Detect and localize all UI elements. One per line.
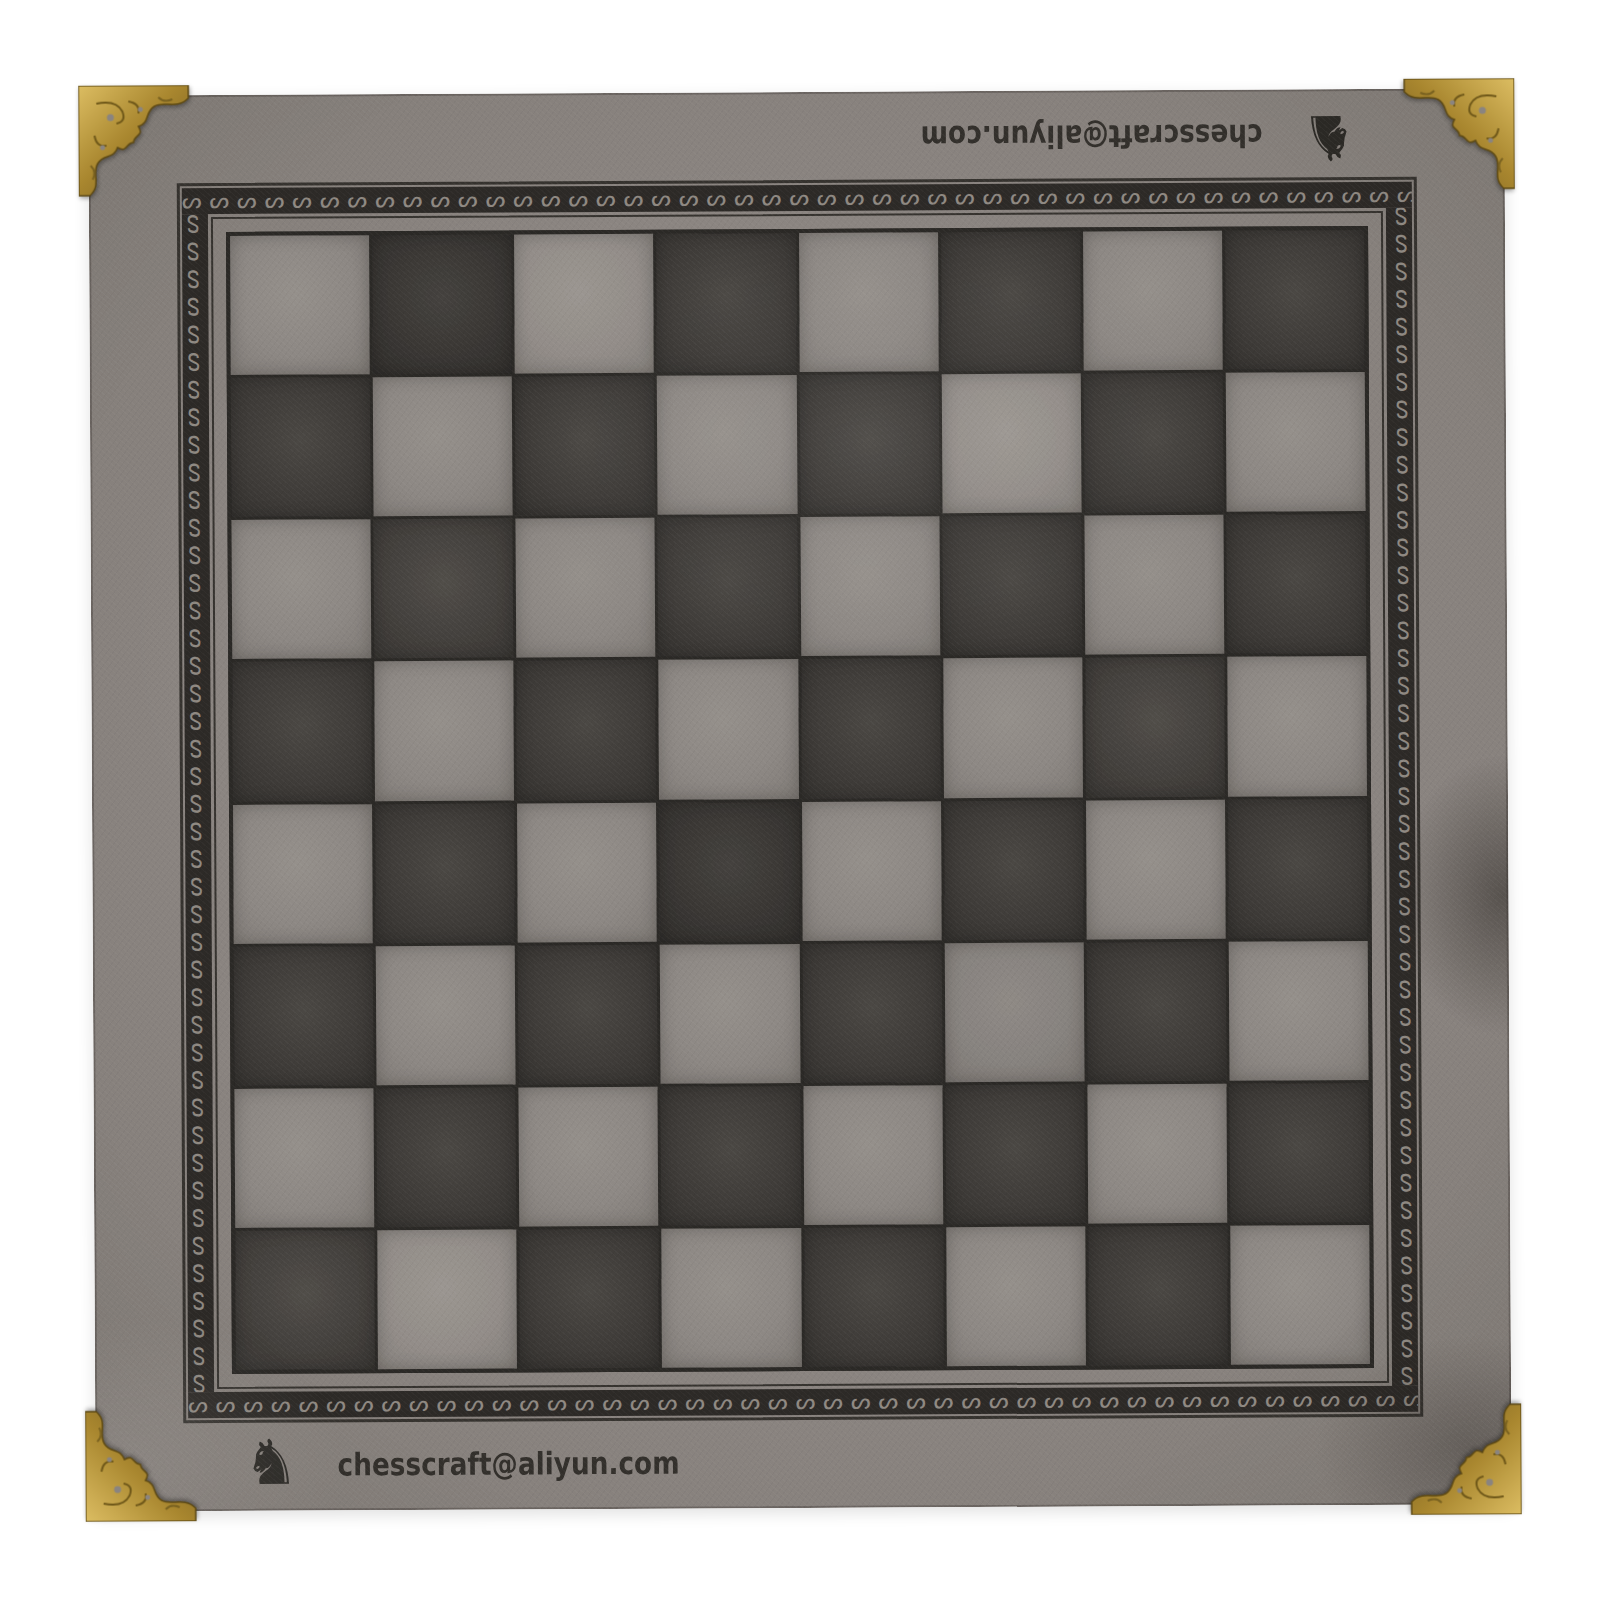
board-grid bbox=[230, 230, 1370, 1370]
square-g5[interactable] bbox=[1085, 657, 1225, 797]
square-a8[interactable] bbox=[230, 235, 370, 375]
square-f2[interactable] bbox=[945, 1084, 1085, 1224]
square-d2[interactable] bbox=[661, 1086, 801, 1226]
square-g1[interactable] bbox=[1088, 1226, 1228, 1366]
square-c1[interactable] bbox=[519, 1229, 659, 1369]
square-e5[interactable] bbox=[801, 659, 941, 799]
board-frame bbox=[226, 226, 1374, 1374]
brass-corner-bottom-left-icon bbox=[85, 1401, 206, 1522]
square-g2[interactable] bbox=[1087, 1084, 1227, 1224]
chess-mat: ᔕᔕᔕᔕᔕᔕᔕᔕᔕᔕᔕᔕᔕᔕᔕᔕᔕᔕᔕᔕᔕᔕᔕᔕᔕᔕᔕᔕᔕᔕᔕᔕᔕᔕᔕᔕᔕᔕᔕᔕ… bbox=[88, 88, 1511, 1511]
square-a6[interactable] bbox=[232, 519, 372, 659]
square-c5[interactable] bbox=[517, 660, 657, 800]
square-f1[interactable] bbox=[946, 1226, 1086, 1366]
square-h2[interactable] bbox=[1229, 1083, 1369, 1223]
square-g4[interactable] bbox=[1086, 799, 1226, 939]
square-a2[interactable] bbox=[235, 1088, 375, 1228]
square-g6[interactable] bbox=[1084, 515, 1224, 655]
square-c7[interactable] bbox=[515, 376, 655, 516]
square-e3[interactable] bbox=[802, 943, 942, 1083]
square-e2[interactable] bbox=[803, 1085, 943, 1225]
brass-corner-top-left-icon bbox=[78, 85, 199, 206]
branding-bottom: ♞ chesscraft@aliyun.com bbox=[243, 1430, 739, 1497]
square-c3[interactable] bbox=[518, 944, 658, 1084]
brand-email-text: chesscraft@aliyun.com bbox=[921, 118, 1263, 156]
square-f5[interactable] bbox=[943, 658, 1083, 798]
brass-corner-top-right-icon bbox=[1394, 78, 1515, 199]
square-b6[interactable] bbox=[374, 519, 514, 659]
square-g7[interactable] bbox=[1084, 373, 1224, 513]
branding-top: ♞ chesscraft@aliyun.com bbox=[860, 103, 1356, 170]
square-e4[interactable] bbox=[802, 801, 942, 941]
square-d5[interactable] bbox=[659, 659, 799, 799]
square-f4[interactable] bbox=[944, 800, 1084, 940]
knight-icon: ♞ bbox=[1301, 106, 1357, 168]
square-a3[interactable] bbox=[234, 946, 374, 1086]
square-h5[interactable] bbox=[1227, 656, 1367, 796]
square-d1[interactable] bbox=[662, 1228, 802, 1368]
square-d7[interactable] bbox=[657, 375, 797, 515]
square-e8[interactable] bbox=[799, 232, 939, 372]
square-c8[interactable] bbox=[514, 234, 654, 374]
square-g3[interactable] bbox=[1086, 941, 1226, 1081]
square-e6[interactable] bbox=[800, 517, 940, 657]
square-f3[interactable] bbox=[944, 942, 1084, 1082]
brass-corner-bottom-right-icon bbox=[1401, 1394, 1522, 1515]
square-b5[interactable] bbox=[374, 661, 514, 801]
square-c6[interactable] bbox=[516, 518, 656, 658]
square-c2[interactable] bbox=[519, 1086, 659, 1226]
square-b4[interactable] bbox=[375, 803, 515, 943]
square-b3[interactable] bbox=[376, 945, 516, 1085]
square-g8[interactable] bbox=[1083, 231, 1223, 371]
square-d6[interactable] bbox=[658, 517, 798, 657]
square-h3[interactable] bbox=[1229, 941, 1369, 1081]
knight-icon: ♞ bbox=[243, 1432, 299, 1494]
square-e7[interactable] bbox=[799, 374, 939, 514]
square-b2[interactable] bbox=[377, 1087, 517, 1227]
square-b1[interactable] bbox=[377, 1229, 517, 1369]
square-a1[interactable] bbox=[235, 1230, 375, 1370]
square-f6[interactable] bbox=[942, 516, 1082, 656]
square-h4[interactable] bbox=[1228, 799, 1368, 939]
square-h7[interactable] bbox=[1226, 372, 1366, 512]
square-a5[interactable] bbox=[232, 662, 372, 802]
square-d4[interactable] bbox=[659, 802, 799, 942]
square-f8[interactable] bbox=[941, 232, 1081, 372]
square-d8[interactable] bbox=[656, 233, 796, 373]
square-d3[interactable] bbox=[660, 944, 800, 1084]
square-a4[interactable] bbox=[233, 804, 373, 944]
square-b8[interactable] bbox=[372, 235, 512, 375]
square-a7[interactable] bbox=[231, 377, 371, 517]
square-e1[interactable] bbox=[804, 1227, 944, 1367]
square-f7[interactable] bbox=[941, 374, 1081, 514]
brand-email-text: chesscraft@aliyun.com bbox=[337, 1445, 679, 1483]
square-h1[interactable] bbox=[1230, 1225, 1370, 1365]
square-c4[interactable] bbox=[517, 802, 657, 942]
square-h6[interactable] bbox=[1226, 514, 1366, 654]
square-h8[interactable] bbox=[1225, 230, 1365, 370]
square-b7[interactable] bbox=[373, 377, 513, 517]
